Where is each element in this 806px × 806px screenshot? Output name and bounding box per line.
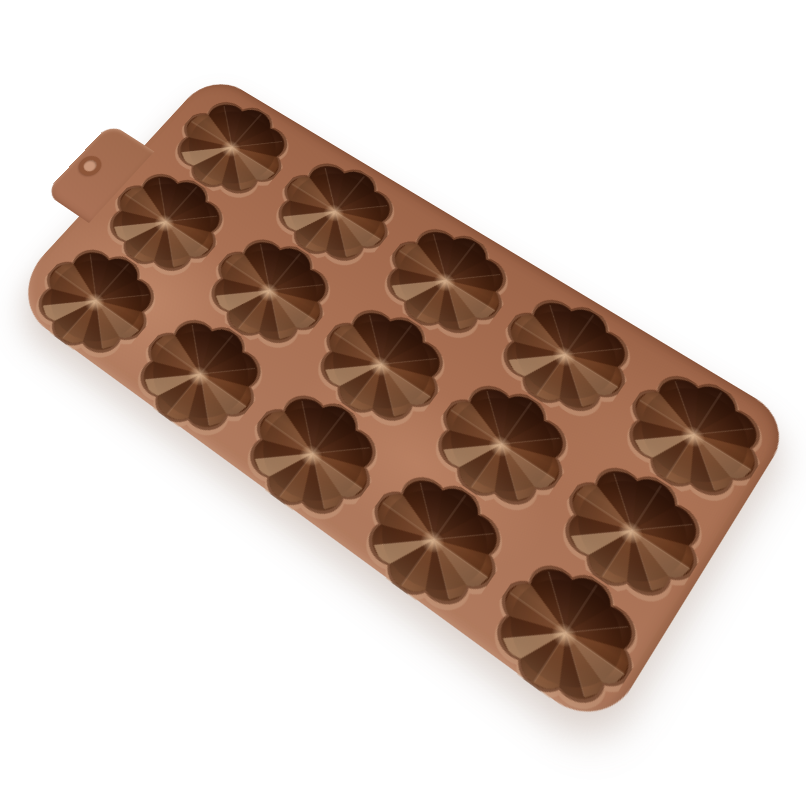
chocolate-mold-tray [4,72,795,735]
hang-hole [74,152,106,179]
photo-background [0,0,806,806]
cavity-grid [4,72,795,735]
